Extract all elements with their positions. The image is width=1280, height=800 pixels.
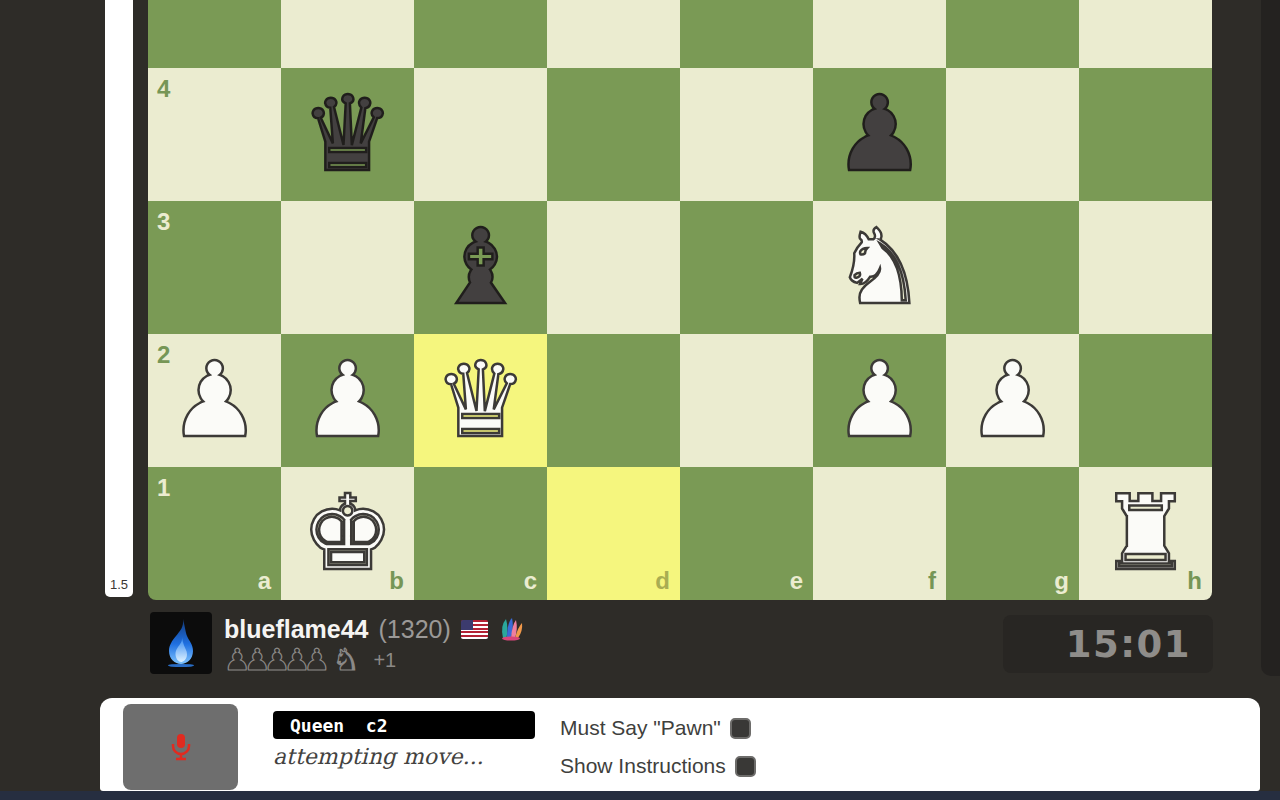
file-label-c: c	[524, 567, 537, 595]
show-instructions-row: Show Instructions	[560, 754, 756, 778]
square-f3[interactable]: ♞	[813, 201, 946, 334]
sidebar-panel-edge	[1261, 0, 1280, 676]
rank-label-3: 3	[157, 208, 170, 236]
square-d4[interactable]	[547, 68, 680, 201]
square-c1[interactable]: c	[414, 467, 547, 600]
square-d2[interactable]	[547, 334, 680, 467]
square-g5[interactable]	[946, 0, 1079, 68]
square-g2[interactable]: ♟	[946, 334, 1079, 467]
square-g3[interactable]	[946, 201, 1079, 334]
file-label-g: g	[1054, 567, 1069, 595]
square-f5[interactable]	[813, 0, 946, 68]
blue-flame-icon	[159, 617, 203, 669]
square-h4[interactable]	[1079, 68, 1212, 201]
square-c5[interactable]	[414, 0, 547, 68]
square-f4[interactable]: ♟	[813, 68, 946, 201]
captured-black-pawns: ♟♟♟♟♟	[224, 644, 330, 676]
square-d1[interactable]: d	[547, 467, 680, 600]
square-e5[interactable]	[680, 0, 813, 68]
file-label-e: e	[790, 567, 803, 595]
show-instructions-checkbox[interactable]	[735, 756, 756, 777]
us-flag-icon	[461, 620, 488, 639]
player-info: blueflame44 (1320)	[224, 614, 524, 644]
file-label-f: f	[928, 567, 936, 595]
square-h3[interactable]	[1079, 201, 1212, 334]
must-say-pawn-row: Must Say "Pawn"	[560, 716, 751, 740]
red-mic-icon	[170, 732, 192, 762]
square-g4[interactable]	[946, 68, 1079, 201]
square-e3[interactable]	[680, 201, 813, 334]
white-pawn[interactable]: ♟	[148, 334, 281, 467]
recognized-move-pill: Queen c2	[273, 711, 535, 739]
square-h2[interactable]	[1079, 334, 1212, 467]
square-h5[interactable]	[1079, 0, 1212, 68]
player-name[interactable]: blueflame44	[224, 615, 369, 644]
black-pawn[interactable]: ♟	[813, 68, 946, 201]
chess-board[interactable]: 4♛♟3♝♞2♟♟♛♟♟1ab♚cdefgh♜	[148, 0, 1212, 600]
square-e2[interactable]	[680, 334, 813, 467]
black-queen[interactable]: ♛	[281, 68, 414, 201]
must-say-pawn-checkbox[interactable]	[730, 718, 751, 739]
square-a2[interactable]: 2♟	[148, 334, 281, 467]
square-b1[interactable]: b♚	[281, 467, 414, 600]
square-c3[interactable]: ♝	[414, 201, 547, 334]
file-label-a: a	[258, 567, 271, 595]
square-e4[interactable]	[680, 68, 813, 201]
square-c4[interactable]	[414, 68, 547, 201]
square-b4[interactable]: ♛	[281, 68, 414, 201]
white-pawn[interactable]: ♟	[946, 334, 1079, 467]
square-a3[interactable]: 3	[148, 201, 281, 334]
black-bishop[interactable]: ♝	[414, 201, 547, 334]
board-grid: 4♛♟3♝♞2♟♟♛♟♟1ab♚cdefgh♜	[148, 0, 1212, 600]
square-b5[interactable]	[281, 0, 414, 68]
square-f1[interactable]: f	[813, 467, 946, 600]
white-king[interactable]: ♚	[281, 467, 414, 600]
square-d3[interactable]	[547, 201, 680, 334]
material-advantage: +1	[373, 649, 396, 672]
white-knight[interactable]: ♞	[813, 201, 946, 334]
player-rating: (1320)	[379, 615, 451, 644]
player-clock: 15:01	[1003, 615, 1213, 673]
square-h1[interactable]: h♜	[1079, 467, 1212, 600]
show-instructions-label: Show Instructions	[560, 754, 726, 778]
square-a5[interactable]	[148, 0, 281, 68]
eval-score: 1.5	[110, 577, 128, 597]
file-label-d: d	[655, 567, 670, 595]
eval-bar: 1.5	[105, 0, 133, 597]
square-f2[interactable]: ♟	[813, 334, 946, 467]
square-b2[interactable]: ♟	[281, 334, 414, 467]
bottom-edge-strip	[0, 791, 1280, 800]
square-b3[interactable]	[281, 201, 414, 334]
white-pawn[interactable]: ♟	[281, 334, 414, 467]
player-avatar[interactable]	[150, 612, 212, 674]
move-status-text: attempting move...	[273, 744, 483, 769]
square-d5[interactable]	[547, 0, 680, 68]
captured-pieces-tray: ♟♟♟♟♟ ♞ +1	[224, 644, 396, 676]
recognized-move-text: Queen c2	[273, 715, 388, 736]
captured-black-knight: ♞	[332, 644, 359, 676]
white-queen[interactable]: ♛	[414, 334, 547, 467]
square-a1[interactable]: 1a	[148, 467, 281, 600]
square-c2[interactable]: ♛	[414, 334, 547, 467]
mic-video-box[interactable]	[123, 704, 238, 790]
white-rook[interactable]: ♜	[1079, 467, 1212, 600]
multicolor-flame-badge-icon	[498, 617, 524, 641]
rank-label-1: 1	[157, 474, 170, 502]
square-g1[interactable]: g	[946, 467, 1079, 600]
clock-time: 15:01	[1066, 623, 1213, 666]
white-pawn[interactable]: ♟	[813, 334, 946, 467]
square-e1[interactable]: e	[680, 467, 813, 600]
must-say-pawn-label: Must Say "Pawn"	[560, 716, 721, 740]
square-a4[interactable]: 4	[148, 68, 281, 201]
rank-label-4: 4	[157, 75, 170, 103]
